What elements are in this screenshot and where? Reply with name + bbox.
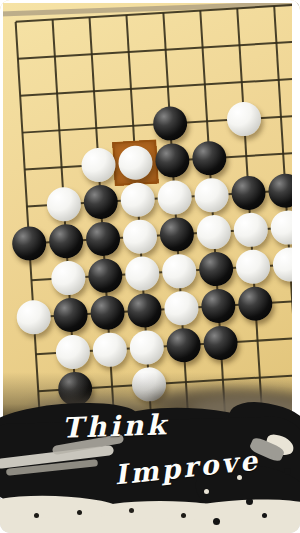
stone-white[interactable] xyxy=(235,249,271,285)
stone-white[interactable] xyxy=(92,332,128,368)
stone-black[interactable] xyxy=(11,225,47,261)
ink-speckles xyxy=(0,0,3,3)
stone-black[interactable] xyxy=(231,175,267,211)
stone-white[interactable] xyxy=(196,214,232,250)
stone-black[interactable] xyxy=(127,292,163,328)
stone-black[interactable] xyxy=(237,286,273,322)
stone-white[interactable] xyxy=(157,179,193,215)
stone-white[interactable] xyxy=(163,290,199,326)
stone-white[interactable] xyxy=(50,260,86,296)
stone-white[interactable] xyxy=(81,147,117,183)
grid-line-horizontal xyxy=(16,4,300,23)
stone-black[interactable] xyxy=(48,223,84,259)
stone-black[interactable] xyxy=(154,143,190,179)
grid-line-horizontal xyxy=(18,41,300,60)
stone-black[interactable] xyxy=(83,184,119,220)
stone-white[interactable] xyxy=(161,253,197,289)
stone-black[interactable] xyxy=(85,221,121,257)
stone-black[interactable] xyxy=(198,251,234,287)
frame-edge-right xyxy=(292,0,300,450)
stone-white[interactable] xyxy=(194,177,230,213)
stone-white[interactable] xyxy=(120,182,156,218)
stone-black[interactable] xyxy=(159,216,195,252)
stone-white[interactable] xyxy=(16,299,52,335)
stone-black[interactable] xyxy=(152,106,188,142)
stone-white[interactable] xyxy=(122,219,158,255)
stone-white[interactable] xyxy=(55,334,91,370)
stone-black[interactable] xyxy=(90,295,126,331)
app-screen: Think Improve xyxy=(0,0,300,533)
stone-white[interactable] xyxy=(233,212,269,248)
stone-black[interactable] xyxy=(87,258,123,294)
grid-line-horizontal xyxy=(20,78,300,97)
frame-edge-top xyxy=(0,0,300,3)
stone-white[interactable] xyxy=(124,256,160,292)
stone-white[interactable] xyxy=(129,329,165,365)
stone-black[interactable] xyxy=(166,327,202,363)
stone-white[interactable] xyxy=(226,101,262,137)
stone-white[interactable] xyxy=(46,186,82,222)
stone-black[interactable] xyxy=(53,297,89,333)
tagline-think: Think xyxy=(61,408,169,445)
stone-black[interactable] xyxy=(200,288,236,324)
stone-black[interactable] xyxy=(191,140,227,176)
frame-edge-left xyxy=(0,0,3,420)
stone-black[interactable] xyxy=(203,325,239,361)
